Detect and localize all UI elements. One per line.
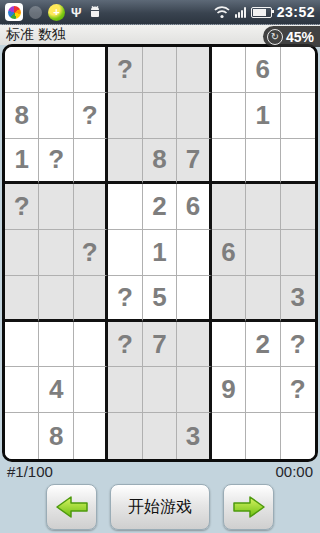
cell-r2c6[interactable]: [177, 93, 211, 139]
cell-r3c2[interactable]: ?: [39, 139, 73, 185]
cell-r1c1[interactable]: [5, 47, 39, 93]
cell-r7c6[interactable]: [177, 322, 211, 368]
cell-r1c2[interactable]: [39, 47, 73, 93]
puzzle-index: #1/100: [7, 463, 53, 480]
cell-r4c8[interactable]: [246, 184, 280, 230]
cell-r8c8[interactable]: [246, 367, 280, 413]
cell-r1c9[interactable]: [281, 47, 315, 93]
cell-r5c1[interactable]: [5, 230, 39, 276]
cell-r9c7[interactable]: [212, 413, 246, 459]
cell-r4c3[interactable]: [74, 184, 108, 230]
progress-value: 45%: [286, 29, 314, 45]
cell-r9c2[interactable]: 8: [39, 413, 73, 459]
plus-glyph: +: [53, 7, 59, 18]
start-game-button[interactable]: 开始游戏: [110, 484, 210, 530]
cell-r1c8[interactable]: 6: [246, 47, 280, 93]
cell-r9c9[interactable]: [281, 413, 315, 459]
cell-r6c6[interactable]: [177, 276, 211, 322]
cell-r5c2[interactable]: [39, 230, 73, 276]
cell-r7c1[interactable]: [5, 322, 39, 368]
cell-r6c7[interactable]: [212, 276, 246, 322]
next-puzzle-button[interactable]: [223, 484, 274, 530]
status-bar: + Ψ 23:52: [0, 0, 320, 25]
cell-r3c4[interactable]: [108, 139, 142, 185]
progress-badge: ↻ 45%: [263, 26, 320, 47]
signal-icon: [235, 7, 246, 18]
cell-r3c1[interactable]: 1: [5, 139, 39, 185]
clock: 23:52: [277, 4, 315, 20]
cell-r5c4[interactable]: [108, 230, 142, 276]
cell-r4c6[interactable]: 6: [177, 184, 211, 230]
prev-puzzle-button[interactable]: [46, 484, 97, 530]
cell-r2c1[interactable]: 8: [5, 93, 39, 139]
browser-app-icon: [5, 3, 23, 21]
cell-r6c3[interactable]: [74, 276, 108, 322]
usb-icon: Ψ: [71, 6, 82, 19]
cell-r3c9[interactable]: [281, 139, 315, 185]
cell-r2c9[interactable]: [281, 93, 315, 139]
cell-r8c9[interactable]: ?: [281, 367, 315, 413]
page-title: 标准 数独: [6, 26, 66, 44]
cell-r6c4[interactable]: ?: [108, 276, 142, 322]
cell-r1c5[interactable]: [143, 47, 177, 93]
wifi-icon: [214, 6, 230, 19]
cell-r7c4[interactable]: ?: [108, 322, 142, 368]
arrow-right-icon: [232, 494, 266, 520]
cell-r2c3[interactable]: ?: [74, 93, 108, 139]
pinwheel-icon: [8, 6, 21, 19]
cell-r2c5[interactable]: [143, 93, 177, 139]
cell-r2c4[interactable]: [108, 93, 142, 139]
cell-r4c5[interactable]: 2: [143, 184, 177, 230]
arrow-left-icon: [55, 494, 89, 520]
cell-r3c3[interactable]: [74, 139, 108, 185]
cell-r3c7[interactable]: [212, 139, 246, 185]
cell-r9c3[interactable]: [74, 413, 108, 459]
info-row: #1/100 00:00: [0, 463, 320, 480]
status-bar-left: + Ψ: [5, 3, 214, 21]
cell-r8c3[interactable]: [74, 367, 108, 413]
cell-r5c3[interactable]: ?: [74, 230, 108, 276]
cell-r5c5[interactable]: 1: [143, 230, 177, 276]
cell-r6c2[interactable]: [39, 276, 73, 322]
cell-r1c7[interactable]: [212, 47, 246, 93]
cell-r4c4[interactable]: [108, 184, 142, 230]
android-icon: [88, 5, 102, 19]
antivirus-icon: +: [48, 4, 65, 21]
status-bar-right: 23:52: [214, 4, 315, 20]
cell-r5c6[interactable]: [177, 230, 211, 276]
cell-r5c7[interactable]: 6: [212, 230, 246, 276]
cell-r6c9[interactable]: 3: [281, 276, 315, 322]
progress-icon: ↻: [267, 29, 283, 45]
cell-r8c6[interactable]: [177, 367, 211, 413]
cell-r4c1[interactable]: ?: [5, 184, 39, 230]
cell-r9c5[interactable]: [143, 413, 177, 459]
cell-r2c7[interactable]: [212, 93, 246, 139]
battery-icon: [251, 7, 272, 18]
cell-r2c8[interactable]: 1: [246, 93, 280, 139]
cell-r9c8[interactable]: [246, 413, 280, 459]
cell-r7c3[interactable]: [74, 322, 108, 368]
cell-r7c5[interactable]: 7: [143, 322, 177, 368]
cell-r6c8[interactable]: [246, 276, 280, 322]
cell-r1c6[interactable]: [177, 47, 211, 93]
cell-r3c5[interactable]: 8: [143, 139, 177, 185]
cell-r8c2[interactable]: 4: [39, 367, 73, 413]
sudoku-app-screen: + Ψ 23:52 标准 数独 ↻ 45%: [0, 0, 320, 533]
cell-r3c6[interactable]: 7: [177, 139, 211, 185]
cell-r7c8[interactable]: 2: [246, 322, 280, 368]
cell-r2c2[interactable]: [39, 93, 73, 139]
cell-r3c8[interactable]: [246, 139, 280, 185]
cell-r5c9[interactable]: [281, 230, 315, 276]
cell-r7c2[interactable]: [39, 322, 73, 368]
cell-r4c7[interactable]: [212, 184, 246, 230]
cell-r9c6[interactable]: 3: [177, 413, 211, 459]
cell-r7c9[interactable]: ?: [281, 322, 315, 368]
cell-r9c4[interactable]: [108, 413, 142, 459]
button-row: 开始游戏: [0, 484, 320, 530]
cell-r9c1[interactable]: [5, 413, 39, 459]
cell-r6c1[interactable]: [5, 276, 39, 322]
cell-r8c4[interactable]: [108, 367, 142, 413]
cell-r7c7[interactable]: [212, 322, 246, 368]
cell-r4c9[interactable]: [281, 184, 315, 230]
cell-r6c5[interactable]: 5: [143, 276, 177, 322]
start-game-label: 开始游戏: [128, 497, 192, 518]
dim-notification-icon: [29, 6, 42, 19]
cell-r8c1[interactable]: [5, 367, 39, 413]
cell-r1c4[interactable]: ?: [108, 47, 142, 93]
cell-r4c2[interactable]: [39, 184, 73, 230]
sudoku-board: ?68?11?87?26?16?53?72?49?83: [2, 44, 318, 462]
cell-r1c3[interactable]: [74, 47, 108, 93]
cell-r5c8[interactable]: [246, 230, 280, 276]
timer: 00:00: [275, 463, 313, 480]
cell-r8c5[interactable]: [143, 367, 177, 413]
cell-r8c7[interactable]: 9: [212, 367, 246, 413]
